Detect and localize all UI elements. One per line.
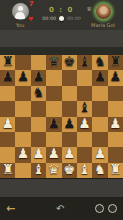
square-d6[interactable] xyxy=(46,86,61,101)
square-h7[interactable]: ♟ xyxy=(108,70,123,85)
square-a4[interactable]: ♟ xyxy=(0,117,15,132)
player-left[interactable]: 7 ♥ You xyxy=(5,3,35,28)
white-rook[interactable]: ♜ xyxy=(0,162,15,177)
square-c1[interactable]: ♝ xyxy=(31,163,46,178)
square-g1[interactable]: ♞ xyxy=(92,163,107,178)
black-knight[interactable]: ♞ xyxy=(31,85,46,100)
player-right[interactable]: ♕ Maria Gol xyxy=(88,3,118,28)
square-f8[interactable]: ♝ xyxy=(77,55,92,70)
move-list xyxy=(0,178,123,197)
square-g5[interactable] xyxy=(92,101,107,116)
square-a3[interactable] xyxy=(0,132,15,147)
square-b2[interactable]: ♟ xyxy=(15,147,30,162)
black-bishop[interactable]: ♝ xyxy=(77,100,92,115)
timers: 00:00 00:00 xyxy=(42,16,81,21)
black-pawn[interactable]: ♟ xyxy=(62,116,77,131)
lives-badge: 7 xyxy=(29,0,34,8)
score-right: 0 xyxy=(68,6,74,14)
timer-left: 00:00 xyxy=(42,16,56,21)
chess-board: ♜♛♚♝♞♜♟♟♟♟♟♞♝♟♟♟♟♟♟♟♟♟♟♜♝♛♚♝♞♜ xyxy=(0,55,123,178)
square-c5[interactable] xyxy=(31,101,46,116)
square-b6[interactable] xyxy=(15,86,30,101)
square-d8[interactable]: ♛ xyxy=(46,55,61,70)
square-a1[interactable]: ♜ xyxy=(0,163,15,178)
square-b5[interactable] xyxy=(15,101,30,116)
square-e6[interactable] xyxy=(62,86,77,101)
square-g7[interactable]: ♟ xyxy=(92,70,107,85)
white-pawn[interactable]: ♟ xyxy=(15,146,30,161)
crown-icon: ♕ xyxy=(87,5,92,12)
chess-app: 7 ♥ You 0 : 0 00:00 00:00 ♕ Maria Gol xyxy=(0,0,123,220)
square-c6[interactable]: ♞ xyxy=(31,86,46,101)
score-box: 0 : 0 00:00 00:00 xyxy=(42,6,81,21)
square-h6[interactable] xyxy=(108,86,123,101)
white-knight[interactable]: ♞ xyxy=(92,162,107,177)
square-f4[interactable]: ♟ xyxy=(77,117,92,132)
square-g6[interactable] xyxy=(92,86,107,101)
person-icon xyxy=(18,6,23,11)
white-pawn[interactable]: ♟ xyxy=(0,116,15,131)
person-icon-body xyxy=(15,12,25,19)
white-pawn[interactable]: ♟ xyxy=(77,116,92,131)
square-a6[interactable] xyxy=(0,86,15,101)
white-turn-indicator-icon xyxy=(59,16,64,21)
black-pawn[interactable]: ♟ xyxy=(92,69,107,84)
black-rook[interactable]: ♜ xyxy=(0,54,15,69)
square-e7[interactable] xyxy=(62,70,77,85)
score-left: 0 xyxy=(49,6,55,14)
player-left-name: You xyxy=(16,22,25,28)
square-b4[interactable] xyxy=(15,117,30,132)
white-queen[interactable]: ♛ xyxy=(46,162,61,177)
square-b1[interactable] xyxy=(15,163,30,178)
white-bishop[interactable]: ♝ xyxy=(31,162,46,177)
black-pawn[interactable]: ♟ xyxy=(15,69,30,84)
black-knight[interactable]: ♞ xyxy=(92,54,107,69)
square-d1[interactable]: ♛ xyxy=(46,163,61,178)
black-rook[interactable]: ♜ xyxy=(108,54,123,69)
heart-icon: ♥ xyxy=(28,15,33,22)
square-h3[interactable] xyxy=(108,132,123,147)
white-king[interactable]: ♚ xyxy=(62,162,77,177)
player-right-avatar[interactable] xyxy=(95,3,112,20)
white-pawn[interactable]: ♟ xyxy=(31,146,46,161)
black-pawn[interactable]: ♟ xyxy=(108,69,123,84)
toolbar-right-group xyxy=(95,204,117,213)
square-h1[interactable]: ♜ xyxy=(108,163,123,178)
square-c4[interactable] xyxy=(31,117,46,132)
square-d4[interactable]: ♟ xyxy=(46,117,61,132)
top-bar: 7 ♥ You 0 : 0 00:00 00:00 ♕ Maria Gol xyxy=(0,0,123,30)
undo-icon[interactable]: ↶ xyxy=(56,204,64,214)
black-pawn[interactable]: ♟ xyxy=(31,69,46,84)
player-left-avatar[interactable] xyxy=(12,3,29,20)
score-separator: : xyxy=(59,6,63,14)
circle-button-1[interactable] xyxy=(95,204,104,213)
back-icon[interactable]: ← xyxy=(6,203,15,214)
white-rook[interactable]: ♜ xyxy=(108,162,123,177)
square-g4[interactable] xyxy=(92,117,107,132)
white-pawn[interactable]: ♟ xyxy=(108,116,123,131)
square-e8[interactable]: ♚ xyxy=(62,55,77,70)
bottom-toolbar: ← ↶ xyxy=(0,197,123,220)
black-pawn[interactable]: ♟ xyxy=(0,69,15,84)
circle-button-2[interactable] xyxy=(108,204,117,213)
timer-right: 00:00 xyxy=(67,16,81,21)
square-f1[interactable]: ♝ xyxy=(77,163,92,178)
white-pawn[interactable]: ♟ xyxy=(46,146,61,161)
match-score: 0 : 0 xyxy=(49,6,74,14)
square-e1[interactable]: ♚ xyxy=(62,163,77,178)
square-f3[interactable] xyxy=(77,132,92,147)
player-right-name: Maria Gol xyxy=(91,22,115,28)
white-bishop[interactable]: ♝ xyxy=(77,162,92,177)
black-pawn[interactable]: ♟ xyxy=(46,116,61,131)
white-pawn[interactable]: ♟ xyxy=(62,146,77,161)
white-pawn[interactable]: ♟ xyxy=(92,146,107,161)
square-e4[interactable]: ♟ xyxy=(62,117,77,132)
square-d7[interactable] xyxy=(46,70,61,85)
black-king[interactable]: ♚ xyxy=(62,54,77,69)
black-queen[interactable]: ♛ xyxy=(46,54,61,69)
black-bishop[interactable]: ♝ xyxy=(77,54,92,69)
square-b7[interactable]: ♟ xyxy=(15,70,30,85)
square-a7[interactable]: ♟ xyxy=(0,70,15,85)
square-h4[interactable]: ♟ xyxy=(108,117,123,132)
spacer-band xyxy=(0,30,123,55)
square-f7[interactable] xyxy=(77,70,92,85)
